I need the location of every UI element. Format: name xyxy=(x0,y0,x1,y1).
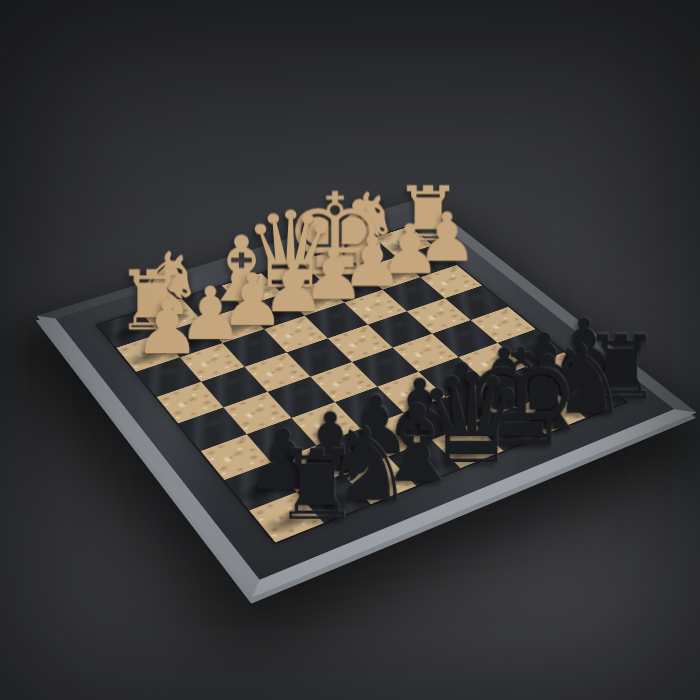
white-bishop-icon: ♝ xyxy=(320,189,364,277)
square-f4[interactable] xyxy=(368,311,432,347)
white-pawn[interactable]: ♟ xyxy=(359,257,420,290)
white-rook[interactable]: ♜ xyxy=(374,226,433,257)
square-e1[interactable] xyxy=(261,261,321,294)
white-queen[interactable]: ♛ xyxy=(222,273,283,307)
square-h1[interactable] xyxy=(374,226,433,257)
photo-background: ♜♞♝♚♛♝♞♜♟♟♟♟♟♟♟♟♟♟♟♟♟♟♟♟♜♞♝♚♛♝♞♜ xyxy=(0,0,700,700)
square-c2[interactable] xyxy=(202,307,265,343)
chess-set: ♜♞♝♚♛♝♞♜♟♟♟♟♟♟♟♟♟♟♟♟♟♟♟♟♜♞♝♚♛♝♞♜ xyxy=(112,122,592,602)
black-rook-icon: ♜ xyxy=(273,437,329,534)
white-bishop[interactable]: ♝ xyxy=(300,249,360,281)
square-d2[interactable] xyxy=(243,294,305,329)
square-h4[interactable] xyxy=(445,285,508,320)
white-bishop-icon: ♝ xyxy=(201,224,247,315)
chess-board: ♜♞♝♚♛♝♞♜♟♟♟♟♟♟♟♟♟♟♟♟♟♟♟♟♜♞♝♚♛♝♞♜ xyxy=(37,198,697,598)
white-knight[interactable]: ♞ xyxy=(337,238,396,269)
white-rook-icon: ♜ xyxy=(394,176,437,252)
square-h3[interactable] xyxy=(420,265,482,298)
white-pawn-icon: ♟ xyxy=(379,215,424,284)
white-pawn[interactable]: ♟ xyxy=(202,307,265,343)
square-f1[interactable] xyxy=(300,249,360,281)
square-d3[interactable] xyxy=(264,316,328,353)
square-c3[interactable] xyxy=(223,329,287,367)
white-knight-icon: ♞ xyxy=(358,182,402,264)
square-g1[interactable] xyxy=(337,238,396,269)
square-e3[interactable] xyxy=(305,303,368,339)
white-pawn[interactable]: ♟ xyxy=(321,269,382,302)
white-pawn[interactable]: ♟ xyxy=(243,294,305,329)
white-pawn-icon: ♟ xyxy=(134,290,182,364)
square-d1[interactable] xyxy=(222,273,283,307)
white-pawn-icon: ♟ xyxy=(302,239,348,309)
square-f2[interactable] xyxy=(321,269,382,302)
white-pawn[interactable]: ♟ xyxy=(282,281,344,315)
square-g3[interactable] xyxy=(383,277,445,311)
white-king[interactable]: ♚ xyxy=(261,261,321,294)
square-g2[interactable] xyxy=(359,257,420,290)
square-e2[interactable] xyxy=(282,281,344,315)
square-h2[interactable] xyxy=(397,245,457,277)
white-pawn-icon: ♟ xyxy=(220,264,267,336)
white-king-icon: ♚ xyxy=(284,177,329,291)
square-f3[interactable] xyxy=(344,290,407,325)
white-pawn-icon: ♟ xyxy=(262,251,308,322)
white-pawn-icon: ♟ xyxy=(341,227,386,297)
white-pawn-icon: ♟ xyxy=(417,203,461,271)
white-queen-icon: ♛ xyxy=(243,198,288,304)
white-pawn[interactable]: ♟ xyxy=(397,245,457,277)
square-e4[interactable] xyxy=(328,325,393,362)
